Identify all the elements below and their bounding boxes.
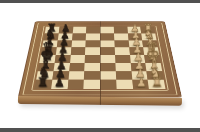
square-c6[interactable] (71, 40, 86, 47)
square-h4[interactable] (100, 80, 116, 89)
square-f6[interactable] (69, 63, 85, 71)
square-d6[interactable] (70, 47, 85, 55)
square-e4[interactable] (100, 55, 115, 63)
square-h2[interactable]: ♟ (132, 80, 149, 89)
piece-black-pawn-h7[interactable]: ♟ (51, 77, 67, 89)
square-b6[interactable] (72, 33, 86, 40)
letterbox-bottom (0, 128, 200, 132)
letterbox-top (0, 0, 200, 3)
square-b3[interactable] (114, 33, 128, 40)
square-e5[interactable] (85, 55, 100, 63)
square-g6[interactable] (68, 71, 84, 80)
square-d5[interactable] (85, 47, 100, 55)
square-b4[interactable] (100, 33, 114, 40)
square-e3[interactable] (115, 55, 131, 63)
piece-white-rook-h1[interactable]: ♜ (149, 76, 165, 89)
square-c5[interactable] (86, 40, 100, 47)
board-fold-seam (99, 21, 100, 96)
square-h8[interactable]: ♜ (34, 80, 52, 89)
piece-black-rook-h8[interactable]: ♜ (35, 76, 51, 89)
square-b5[interactable] (86, 33, 100, 40)
square-f5[interactable] (84, 63, 100, 71)
board-front-edge (18, 96, 182, 106)
board-front-seam (100, 97, 101, 105)
piece-white-pawn-h2[interactable]: ♟ (133, 77, 149, 89)
square-h5[interactable] (84, 80, 100, 89)
chessboard[interactable]: ♜♟♟♜♞♟♟♞♝♟♟♝♛♟♟♛♚♟♟♚♝♟♟♝♞♟♟♞♜♟♟♜ (19, 22, 181, 97)
square-c4[interactable] (100, 40, 114, 47)
square-d4[interactable] (100, 47, 115, 55)
square-h3[interactable] (116, 80, 133, 89)
square-f3[interactable] (115, 63, 131, 71)
square-f4[interactable] (100, 63, 116, 71)
square-d3[interactable] (114, 47, 129, 55)
square-g3[interactable] (116, 71, 132, 80)
square-e6[interactable] (70, 55, 86, 63)
square-h1[interactable]: ♜ (148, 80, 166, 89)
square-g4[interactable] (100, 71, 116, 80)
square-h6[interactable] (67, 80, 84, 89)
product-photo-chess-set: ♜♟♟♜♞♟♟♞♝♟♟♝♛♟♟♛♚♟♟♚♝♟♟♝♞♟♟♞♜♟♟♜ (0, 0, 200, 132)
square-c3[interactable] (114, 40, 129, 47)
square-h7[interactable]: ♟ (51, 80, 68, 89)
square-g5[interactable] (84, 71, 100, 80)
